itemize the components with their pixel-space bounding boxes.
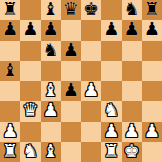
square-d2[interactable] (61, 122, 81, 142)
square-c3[interactable]: ♟ (41, 101, 61, 121)
square-b2[interactable] (20, 122, 40, 142)
square-d7[interactable] (61, 20, 81, 40)
piece-black-pawn[interactable]: ♟ (22, 20, 38, 38)
piece-black-bishop[interactable]: ♝ (43, 0, 59, 18)
piece-black-pawn[interactable]: ♟ (43, 20, 59, 38)
piece-black-pawn[interactable]: ♟ (144, 20, 160, 38)
piece-black-rook[interactable]: ♜ (2, 0, 18, 18)
square-d4[interactable]: ♟ (61, 81, 81, 101)
piece-white-pawn[interactable]: ♟ (83, 81, 99, 99)
piece-black-pawn[interactable]: ♟ (103, 20, 119, 38)
square-e1[interactable] (81, 142, 101, 162)
piece-white-rook[interactable]: ♜ (2, 142, 18, 160)
square-d5[interactable] (61, 61, 81, 81)
square-a2[interactable]: ♟ (0, 122, 20, 142)
piece-black-queen[interactable]: ♛ (63, 0, 79, 18)
piece-black-bishop[interactable]: ♝ (2, 61, 18, 79)
square-c7[interactable]: ♟ (41, 20, 61, 40)
square-c2[interactable] (41, 122, 61, 142)
square-a4[interactable] (0, 81, 20, 101)
square-b3[interactable]: ♛ (20, 101, 40, 121)
square-c6[interactable]: ♞ (41, 41, 61, 61)
square-b8[interactable] (20, 0, 40, 20)
square-f2[interactable]: ♟ (101, 122, 121, 142)
square-d8[interactable]: ♛ (61, 0, 81, 20)
square-e6[interactable] (81, 41, 101, 61)
square-h7[interactable]: ♟ (142, 20, 162, 40)
square-f1[interactable]: ♜ (101, 142, 121, 162)
square-c8[interactable]: ♝ (41, 0, 61, 20)
piece-white-pawn[interactable]: ♟ (124, 122, 140, 140)
square-g7[interactable]: ♟ (122, 20, 142, 40)
square-d6[interactable]: ♟ (61, 41, 81, 61)
square-g6[interactable] (122, 41, 142, 61)
piece-white-knight[interactable]: ♞ (103, 101, 119, 119)
square-e4[interactable]: ♟ (81, 81, 101, 101)
square-h6[interactable] (142, 41, 162, 61)
square-h3[interactable] (142, 101, 162, 121)
piece-white-knight[interactable]: ♞ (22, 142, 38, 160)
square-h8[interactable]: ♜ (142, 0, 162, 20)
square-a5[interactable]: ♝ (0, 61, 20, 81)
piece-black-rook[interactable]: ♜ (144, 0, 160, 18)
square-g8[interactable]: ♞ (122, 0, 142, 20)
square-c5[interactable] (41, 61, 61, 81)
square-c1[interactable]: ♝ (41, 142, 61, 162)
square-a7[interactable]: ♟ (0, 20, 20, 40)
piece-black-pawn[interactable]: ♟ (2, 20, 18, 38)
square-b5[interactable] (20, 61, 40, 81)
piece-black-knight[interactable]: ♞ (124, 0, 140, 18)
square-h2[interactable]: ♟ (142, 122, 162, 142)
square-h4[interactable] (142, 81, 162, 101)
piece-white-rook[interactable]: ♜ (103, 142, 119, 160)
square-b7[interactable]: ♟ (20, 20, 40, 40)
square-e3[interactable] (81, 101, 101, 121)
square-f6[interactable] (101, 41, 121, 61)
piece-white-pawn[interactable]: ♟ (144, 122, 160, 140)
square-b6[interactable] (20, 41, 40, 61)
square-g1[interactable]: ♚ (122, 142, 142, 162)
piece-black-knight[interactable]: ♞ (43, 41, 59, 59)
square-e2[interactable] (81, 122, 101, 142)
square-a1[interactable]: ♜ (0, 142, 20, 162)
square-b1[interactable]: ♞ (20, 142, 40, 162)
piece-white-bishop[interactable]: ♝ (43, 81, 59, 99)
square-f8[interactable] (101, 0, 121, 20)
piece-white-queen[interactable]: ♛ (22, 101, 38, 119)
piece-black-king[interactable]: ♚ (83, 0, 99, 18)
square-f5[interactable] (101, 61, 121, 81)
chess-board: ♜♝♛♚♞♜♟♟♟♟♟♟♞♟♝♝♟♟♛♟♞♟♟♟♟♜♞♝♜♚ (0, 0, 162, 162)
square-g2[interactable]: ♟ (122, 122, 142, 142)
piece-black-pawn[interactable]: ♟ (63, 81, 79, 99)
square-e5[interactable] (81, 61, 101, 81)
piece-white-pawn[interactable]: ♟ (103, 122, 119, 140)
square-g3[interactable] (122, 101, 142, 121)
piece-black-pawn[interactable]: ♟ (124, 20, 140, 38)
piece-white-bishop[interactable]: ♝ (43, 142, 59, 160)
square-e7[interactable] (81, 20, 101, 40)
square-h5[interactable] (142, 61, 162, 81)
piece-white-pawn[interactable]: ♟ (43, 101, 59, 119)
piece-black-pawn[interactable]: ♟ (63, 41, 79, 59)
square-g4[interactable] (122, 81, 142, 101)
square-d1[interactable] (61, 142, 81, 162)
square-h1[interactable] (142, 142, 162, 162)
square-f4[interactable] (101, 81, 121, 101)
square-a8[interactable]: ♜ (0, 0, 20, 20)
square-e8[interactable]: ♚ (81, 0, 101, 20)
piece-white-king[interactable]: ♚ (124, 142, 140, 160)
square-g5[interactable] (122, 61, 142, 81)
square-b4[interactable] (20, 81, 40, 101)
square-d3[interactable] (61, 101, 81, 121)
square-a6[interactable] (0, 41, 20, 61)
square-f3[interactable]: ♞ (101, 101, 121, 121)
square-a3[interactable] (0, 101, 20, 121)
square-c4[interactable]: ♝ (41, 81, 61, 101)
square-f7[interactable]: ♟ (101, 20, 121, 40)
piece-white-pawn[interactable]: ♟ (2, 122, 18, 140)
